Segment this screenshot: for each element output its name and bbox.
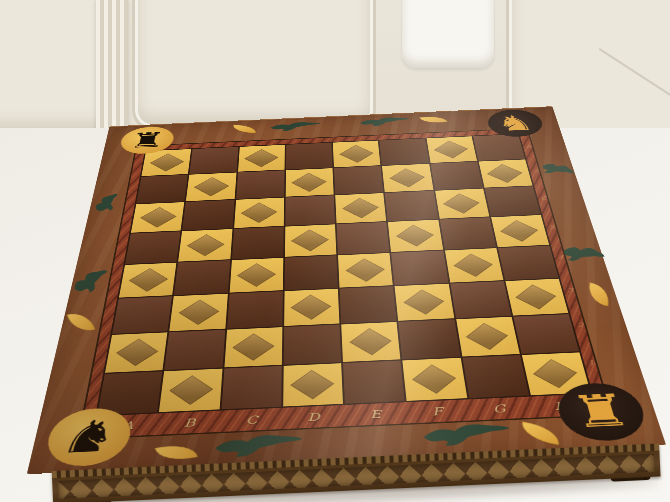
square-c1[interactable] — [221, 366, 282, 409]
diamond-inlay — [396, 225, 434, 247]
diamond-inlay — [533, 359, 577, 388]
square-b6[interactable] — [182, 200, 234, 231]
bird-inlay — [421, 420, 515, 450]
bird-inlay — [213, 431, 305, 462]
square-b5[interactable] — [178, 229, 232, 262]
square-g5[interactable] — [439, 217, 495, 249]
square-b8[interactable] — [190, 147, 238, 174]
board-top-face: ♜ ♞ ♞ ♜ — [27, 106, 666, 474]
square-d2[interactable] — [283, 325, 341, 365]
square-h2[interactable] — [513, 314, 579, 354]
diamond-inlay — [140, 207, 176, 228]
diamond-inlay — [291, 230, 329, 252]
square-h4[interactable] — [498, 246, 559, 280]
square-d3[interactable] — [284, 289, 339, 326]
medallion-bottom-left-knight: ♞ — [42, 407, 134, 468]
square-a2[interactable] — [105, 332, 168, 372]
square-e1[interactable] — [343, 361, 405, 404]
knight-icon: ♞ — [57, 414, 121, 460]
leaf-inlay — [419, 114, 447, 125]
square-f5[interactable] — [388, 220, 443, 252]
diamond-inlay — [487, 164, 522, 183]
diamond-inlay — [237, 263, 276, 286]
diamond-inlay — [516, 285, 557, 310]
square-d4[interactable] — [284, 255, 337, 290]
file-label-g: G — [467, 401, 531, 416]
diamond-inlay — [187, 234, 225, 256]
diamond-inlay — [390, 168, 425, 187]
leaf-inlay — [155, 440, 198, 466]
photo-scene: ♜ ♞ ♞ ♜ — [0, 0, 670, 502]
bird-inlay — [270, 120, 322, 133]
square-h3[interactable] — [505, 279, 568, 316]
leaf-inlay — [519, 422, 562, 445]
square-g3[interactable] — [450, 281, 511, 318]
file-label-b: B — [158, 415, 221, 430]
bird-inlay — [359, 115, 412, 128]
chessboard-box: ♜ ♞ ♞ ♜ — [27, 106, 666, 474]
square-h5[interactable] — [491, 215, 549, 247]
leaf-inlay — [585, 282, 612, 306]
file-label-d: D — [283, 409, 345, 424]
leaf-inlay — [67, 309, 96, 335]
square-d7[interactable] — [285, 168, 333, 197]
square-f6[interactable] — [385, 191, 438, 221]
rook-icon: ♜ — [128, 129, 167, 151]
diamond-inlay — [291, 370, 335, 399]
square-e5[interactable] — [337, 222, 390, 254]
square-c6[interactable] — [234, 198, 284, 228]
diamond-inlay — [116, 339, 158, 366]
diamond-inlay — [233, 333, 275, 360]
diamond-inlay — [194, 177, 229, 196]
file-label-e: E — [344, 406, 407, 421]
square-f8[interactable] — [379, 138, 428, 165]
diamond-inlay — [291, 295, 332, 320]
square-f2[interactable] — [399, 319, 461, 359]
square-c7[interactable] — [236, 170, 285, 199]
square-c5[interactable] — [232, 227, 284, 260]
diamond-inlay — [339, 145, 373, 163]
diamond-inlay — [412, 365, 456, 394]
square-e7[interactable] — [334, 166, 383, 194]
square-c4[interactable] — [229, 258, 283, 293]
square-a3[interactable] — [112, 296, 172, 334]
square-h7[interactable] — [478, 159, 532, 187]
square-a4[interactable] — [119, 263, 177, 298]
square-d1[interactable] — [283, 363, 343, 406]
square-f4[interactable] — [391, 251, 448, 286]
diamond-inlay — [466, 323, 508, 350]
square-g8[interactable] — [426, 136, 477, 163]
rook-icon: ♜ — [567, 388, 637, 434]
square-b4[interactable] — [174, 260, 230, 295]
diamond-inlay — [403, 290, 444, 315]
diamond-inlay — [244, 149, 278, 167]
square-g1[interactable] — [462, 355, 529, 398]
diamond-inlay — [169, 375, 213, 405]
diamond-inlay — [443, 193, 480, 213]
square-c2[interactable] — [224, 327, 282, 367]
square-b7[interactable] — [186, 173, 236, 202]
mottled-accent-frame: ABCDEFGH 87654321 — [77, 128, 613, 440]
diamond-inlay — [501, 220, 539, 242]
diamond-inlay — [434, 141, 468, 159]
diamond-inlay — [292, 173, 327, 192]
diamond-inlay — [150, 153, 184, 171]
diamond-inlay — [129, 268, 168, 292]
square-e2[interactable] — [341, 322, 400, 362]
square-a5[interactable] — [125, 231, 181, 264]
leaf-inlay — [231, 125, 258, 133]
square-e6[interactable] — [335, 193, 386, 223]
diamond-inlay — [349, 328, 391, 355]
square-g2[interactable] — [456, 317, 520, 357]
board-tilt-wrapper: ♜ ♞ ♞ ♜ — [0, 0, 670, 502]
square-f1[interactable] — [403, 358, 467, 401]
square-d5[interactable] — [285, 224, 337, 256]
file-label-c: C — [220, 412, 282, 427]
square-g4[interactable] — [445, 248, 504, 282]
square-h6[interactable] — [485, 186, 541, 216]
square-g7[interactable] — [430, 162, 482, 190]
square-e3[interactable] — [340, 286, 397, 323]
square-d6[interactable] — [285, 195, 335, 225]
diamond-inlay — [454, 254, 493, 277]
diamond-inlay — [241, 202, 277, 222]
knight-icon: ♞ — [494, 112, 536, 134]
square-h8[interactable] — [473, 134, 525, 161]
diamond-inlay — [179, 300, 220, 325]
square-f3[interactable] — [395, 284, 454, 321]
file-label-f: F — [406, 404, 470, 419]
square-g6[interactable] — [435, 189, 489, 219]
square-b2[interactable] — [165, 330, 225, 370]
medallion-bottom-right-rook: ♜ — [552, 382, 651, 443]
square-e8[interactable] — [333, 141, 381, 168]
chess-grid — [95, 133, 593, 416]
square-a7[interactable] — [136, 175, 188, 204]
diamond-inlay — [342, 198, 379, 218]
square-b3[interactable] — [169, 294, 227, 331]
square-c3[interactable] — [227, 291, 283, 328]
square-f7[interactable] — [382, 164, 433, 192]
square-e4[interactable] — [338, 253, 393, 288]
diamond-inlay — [345, 258, 384, 281]
square-b1[interactable] — [159, 369, 222, 412]
square-c8[interactable] — [238, 145, 285, 172]
square-d8[interactable] — [286, 143, 333, 170]
square-a6[interactable] — [131, 202, 184, 233]
